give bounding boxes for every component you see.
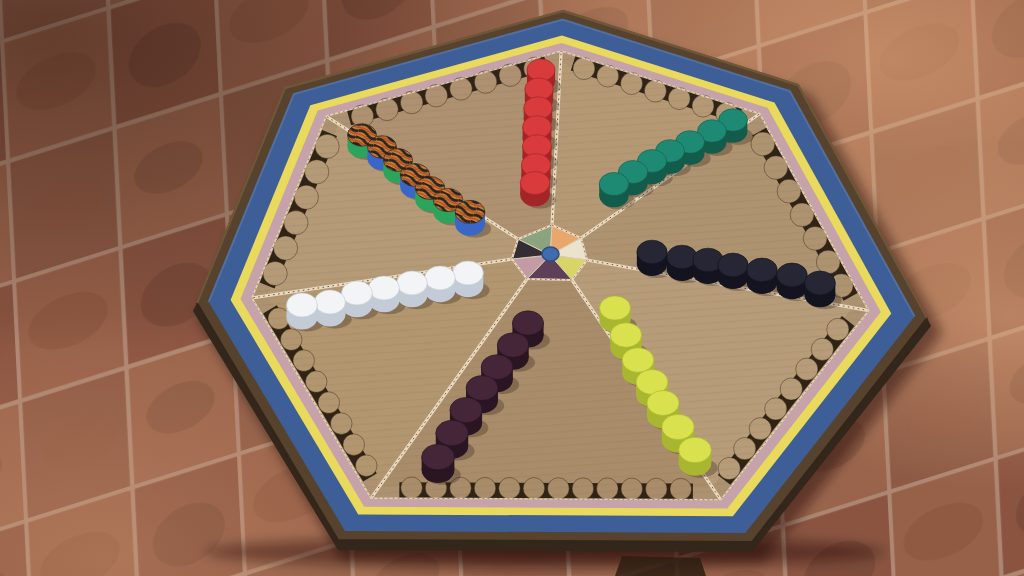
table-pedestal [615,556,706,576]
piece-white-7[interactable] [453,261,484,297]
piece-white-2[interactable] [315,290,346,326]
piece-black-6[interactable] [667,245,697,281]
piece-white-5[interactable] [397,271,428,307]
piece-black-3[interactable] [747,258,778,294]
piece-black-4[interactable] [718,253,748,289]
piece-teal-7[interactable] [599,172,628,207]
piece-black-1[interactable] [805,271,836,307]
hub-center-dot [542,247,559,261]
piece-yellow-1[interactable] [679,437,712,476]
piece-black-7[interactable] [637,240,667,276]
piece-white-1[interactable] [287,293,318,330]
screenshot-stage: Handmade seven-player Aggravation-style … [0,0,1024,576]
piece-white-3[interactable] [342,281,373,317]
piece-purple-1[interactable] [422,444,455,483]
piece-red-7[interactable] [520,172,549,207]
board-photo-scene: Handmade seven-player Aggravation-style … [0,0,1024,576]
piece-white-4[interactable] [369,276,400,312]
piece-multicolor-7[interactable] [455,200,485,235]
piece-black-2[interactable] [777,263,808,299]
piece-white-6[interactable] [425,266,456,302]
